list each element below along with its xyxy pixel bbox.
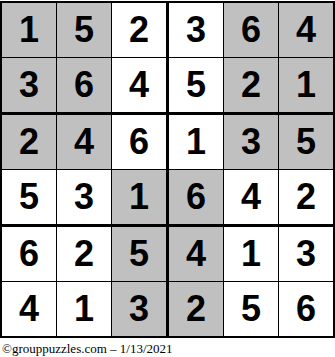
cell-r2c3: 4 <box>112 58 169 115</box>
cell-r5c1: 6 <box>2 227 57 282</box>
cell-r4c4: 6 <box>169 170 224 227</box>
cell-r3c2: 4 <box>57 115 112 170</box>
copyright-text: ©grouppuzzles.com – 1/13/2021 <box>2 341 173 357</box>
cell-r2c6: 1 <box>279 58 333 115</box>
cell-r6c6: 6 <box>279 282 333 336</box>
cell-r2c2: 6 <box>57 58 112 115</box>
cell-r3c3: 6 <box>112 115 169 170</box>
cell-r6c2: 1 <box>57 282 112 336</box>
cell-r5c5: 1 <box>224 227 279 282</box>
cell-r4c6: 2 <box>279 170 333 227</box>
sudoku-board: 152364364521246135531642625413413256 <box>0 1 335 338</box>
cell-r3c1: 2 <box>2 115 57 170</box>
cell-r2c1: 3 <box>2 58 57 115</box>
cell-r4c1: 5 <box>2 170 57 227</box>
cell-r6c3: 3 <box>112 282 169 336</box>
cell-r2c4: 5 <box>169 58 224 115</box>
cell-r5c2: 2 <box>57 227 112 282</box>
puzzle-page: 152364364521246135531642625413413256 ©gr… <box>0 0 335 357</box>
cell-r6c4: 2 <box>169 282 224 336</box>
cell-r1c2: 5 <box>57 3 112 58</box>
cell-r1c6: 4 <box>279 3 333 58</box>
cell-r5c6: 3 <box>279 227 333 282</box>
cell-r1c1: 1 <box>2 3 57 58</box>
cell-r6c1: 4 <box>2 282 57 336</box>
cell-r3c4: 1 <box>169 115 224 170</box>
cell-r4c2: 3 <box>57 170 112 227</box>
cell-r4c3: 1 <box>112 170 169 227</box>
cell-r1c5: 6 <box>224 3 279 58</box>
cell-r1c3: 2 <box>112 3 169 58</box>
cell-r1c4: 3 <box>169 3 224 58</box>
cell-r6c5: 5 <box>224 282 279 336</box>
cell-r5c3: 5 <box>112 227 169 282</box>
cell-r4c5: 4 <box>224 170 279 227</box>
cell-r3c6: 5 <box>279 115 333 170</box>
cell-r5c4: 4 <box>169 227 224 282</box>
cell-r3c5: 3 <box>224 115 279 170</box>
cell-r2c5: 2 <box>224 58 279 115</box>
